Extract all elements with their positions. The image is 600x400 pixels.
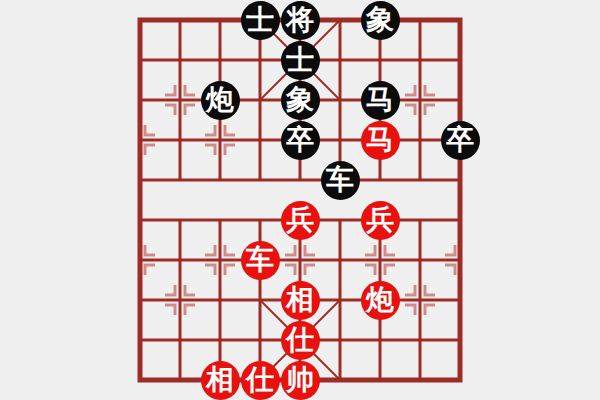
piece-black-advisor[interactable]: 士 <box>241 1 280 40</box>
piece-red-general[interactable]: 帅 <box>281 361 320 400</box>
piece-black-elephant[interactable]: 象 <box>281 81 320 120</box>
piece-black-elephant[interactable]: 象 <box>361 1 400 40</box>
piece-red-advisor[interactable]: 仕 <box>241 361 280 400</box>
piece-black-horse[interactable]: 马 <box>361 81 400 120</box>
piece-black-general[interactable]: 将 <box>281 1 320 40</box>
piece-black-soldier[interactable]: 卒 <box>281 121 320 160</box>
piece-red-soldier[interactable]: 兵 <box>281 201 320 240</box>
piece-black-chariot[interactable]: 车 <box>321 161 360 200</box>
piece-red-cannon[interactable]: 炮 <box>361 281 400 320</box>
xiangqi-board[interactable]: 士将象士炮象马卒马卒车兵兵车相炮仕相仕帅 <box>0 0 600 400</box>
piece-red-advisor[interactable]: 仕 <box>281 321 320 360</box>
piece-red-chariot[interactable]: 车 <box>241 241 280 280</box>
piece-black-cannon[interactable]: 炮 <box>201 81 240 120</box>
piece-red-soldier[interactable]: 兵 <box>361 201 400 240</box>
piece-black-soldier[interactable]: 卒 <box>441 121 480 160</box>
piece-red-elephant[interactable]: 相 <box>201 361 240 400</box>
piece-red-elephant[interactable]: 相 <box>281 281 320 320</box>
piece-red-horse[interactable]: 马 <box>361 121 400 160</box>
piece-black-advisor[interactable]: 士 <box>281 41 320 80</box>
